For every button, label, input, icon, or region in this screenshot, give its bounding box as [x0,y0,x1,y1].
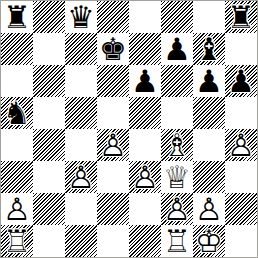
square-g3[interactable] [193,161,225,193]
white-pawn-icon: ♙ [65,161,97,193]
black-rook-icon: ♜ [1,1,33,33]
white-rook-icon: ♖ [161,225,193,257]
square-f6[interactable] [161,65,193,97]
square-e1[interactable] [129,225,161,257]
square-d6[interactable] [97,65,129,97]
square-h3[interactable] [225,161,257,193]
black-rook-h8[interactable]: ♜♜ [225,1,257,33]
white-bishop-icon: ♗ [161,129,193,161]
square-b8[interactable] [33,1,65,33]
square-a5[interactable]: ♞♞ [1,97,33,129]
square-a1[interactable]: ♜♖ [1,225,33,257]
square-c6[interactable] [65,65,97,97]
square-e6[interactable]: ♟♟ [129,65,161,97]
square-h2[interactable] [225,193,257,225]
white-rook-a1[interactable]: ♜♖ [1,225,33,257]
white-rook-f1[interactable]: ♜♖ [161,225,193,257]
square-b4[interactable] [33,129,65,161]
white-queen-icon: ♕ [161,161,193,193]
square-g5[interactable] [193,97,225,129]
square-h1[interactable] [225,225,257,257]
square-a8[interactable]: ♜♜ [1,1,33,33]
black-knight-a5[interactable]: ♞♞ [1,97,33,129]
square-e8[interactable] [129,1,161,33]
black-pawn-h6[interactable]: ♟♟ [225,65,257,97]
white-pawn-icon: ♙ [129,161,161,193]
white-pawn-c3[interactable]: ♟♙ [65,161,97,193]
square-f7[interactable]: ♟♟ [161,33,193,65]
square-h5[interactable] [225,97,257,129]
square-b7[interactable] [33,33,65,65]
square-d5[interactable] [97,97,129,129]
white-pawn-a2[interactable]: ♟♙ [1,193,33,225]
white-pawn-icon: ♙ [1,193,33,225]
square-g1[interactable]: ♚♔ [193,225,225,257]
black-rook-a8[interactable]: ♜♜ [1,1,33,33]
square-g4[interactable] [193,129,225,161]
square-d7[interactable]: ♚♚ [97,33,129,65]
square-c1[interactable] [65,225,97,257]
square-c8[interactable]: ♛♛ [65,1,97,33]
square-f3[interactable]: ♛♕ [161,161,193,193]
square-e3[interactable]: ♟♙ [129,161,161,193]
white-king-icon: ♔ [193,225,225,257]
black-pawn-f7[interactable]: ♟♟ [161,33,193,65]
square-f5[interactable] [161,97,193,129]
square-a2[interactable]: ♟♙ [1,193,33,225]
square-c5[interactable] [65,97,97,129]
black-bishop-icon: ♝ [193,33,225,65]
square-b6[interactable] [33,65,65,97]
board-frame: ♜♜♛♛♜♜♚♚♟♟♝♝♟♟♟♟♟♟♞♞♟♙♝♗♟♙♟♙♟♙♛♕♟♙♟♙♟♙♜♖… [0,0,258,258]
square-a6[interactable] [1,65,33,97]
square-d4[interactable]: ♟♙ [97,129,129,161]
square-e2[interactable] [129,193,161,225]
square-e5[interactable] [129,97,161,129]
black-pawn-icon: ♟ [129,65,161,97]
white-pawn-icon: ♙ [161,193,193,225]
square-f4[interactable]: ♝♗ [161,129,193,161]
white-pawn-f2[interactable]: ♟♙ [161,193,193,225]
square-g8[interactable] [193,1,225,33]
square-c3[interactable]: ♟♙ [65,161,97,193]
square-c2[interactable] [65,193,97,225]
square-h8[interactable]: ♜♜ [225,1,257,33]
square-h7[interactable] [225,33,257,65]
white-bishop-f4[interactable]: ♝♗ [161,129,193,161]
black-bishop-g7[interactable]: ♝♝ [193,33,225,65]
black-king-d7[interactable]: ♚♚ [97,33,129,65]
white-pawn-e3[interactable]: ♟♙ [129,161,161,193]
square-e7[interactable] [129,33,161,65]
white-pawn-g2[interactable]: ♟♙ [193,193,225,225]
white-pawn-icon: ♙ [193,193,225,225]
square-b3[interactable] [33,161,65,193]
black-queen-icon: ♛ [65,1,97,33]
square-d8[interactable] [97,1,129,33]
square-c7[interactable] [65,33,97,65]
black-pawn-icon: ♟ [225,65,257,97]
chess-board: ♜♜♛♛♜♜♚♚♟♟♝♝♟♟♟♟♟♟♞♞♟♙♝♗♟♙♟♙♟♙♛♕♟♙♟♙♟♙♜♖… [1,1,257,257]
square-a7[interactable] [1,33,33,65]
square-g7[interactable]: ♝♝ [193,33,225,65]
white-pawn-icon: ♙ [97,129,129,161]
square-b5[interactable] [33,97,65,129]
white-pawn-d4[interactable]: ♟♙ [97,129,129,161]
square-e4[interactable] [129,129,161,161]
black-king-icon: ♚ [97,33,129,65]
black-queen-c8[interactable]: ♛♛ [65,1,97,33]
black-pawn-g6[interactable]: ♟♟ [193,65,225,97]
square-d1[interactable] [97,225,129,257]
square-f8[interactable] [161,1,193,33]
square-a3[interactable] [1,161,33,193]
square-b1[interactable] [33,225,65,257]
square-c4[interactable] [65,129,97,161]
white-queen-f3[interactable]: ♛♕ [161,161,193,193]
black-rook-icon: ♜ [225,1,257,33]
square-d2[interactable] [97,193,129,225]
white-rook-icon: ♖ [1,225,33,257]
square-g6[interactable]: ♟♟ [193,65,225,97]
square-g2[interactable]: ♟♙ [193,193,225,225]
black-pawn-e6[interactable]: ♟♟ [129,65,161,97]
black-pawn-icon: ♟ [193,65,225,97]
white-king-g1[interactable]: ♚♔ [193,225,225,257]
black-pawn-icon: ♟ [161,33,193,65]
square-h6[interactable]: ♟♟ [225,65,257,97]
black-knight-icon: ♞ [1,97,33,129]
white-pawn-h4[interactable]: ♟♙ [225,129,257,161]
square-f1[interactable]: ♜♖ [161,225,193,257]
square-a4[interactable] [1,129,33,161]
white-pawn-icon: ♙ [225,129,257,161]
square-b2[interactable] [33,193,65,225]
square-h4[interactable]: ♟♙ [225,129,257,161]
square-f2[interactable]: ♟♙ [161,193,193,225]
square-d3[interactable] [97,161,129,193]
